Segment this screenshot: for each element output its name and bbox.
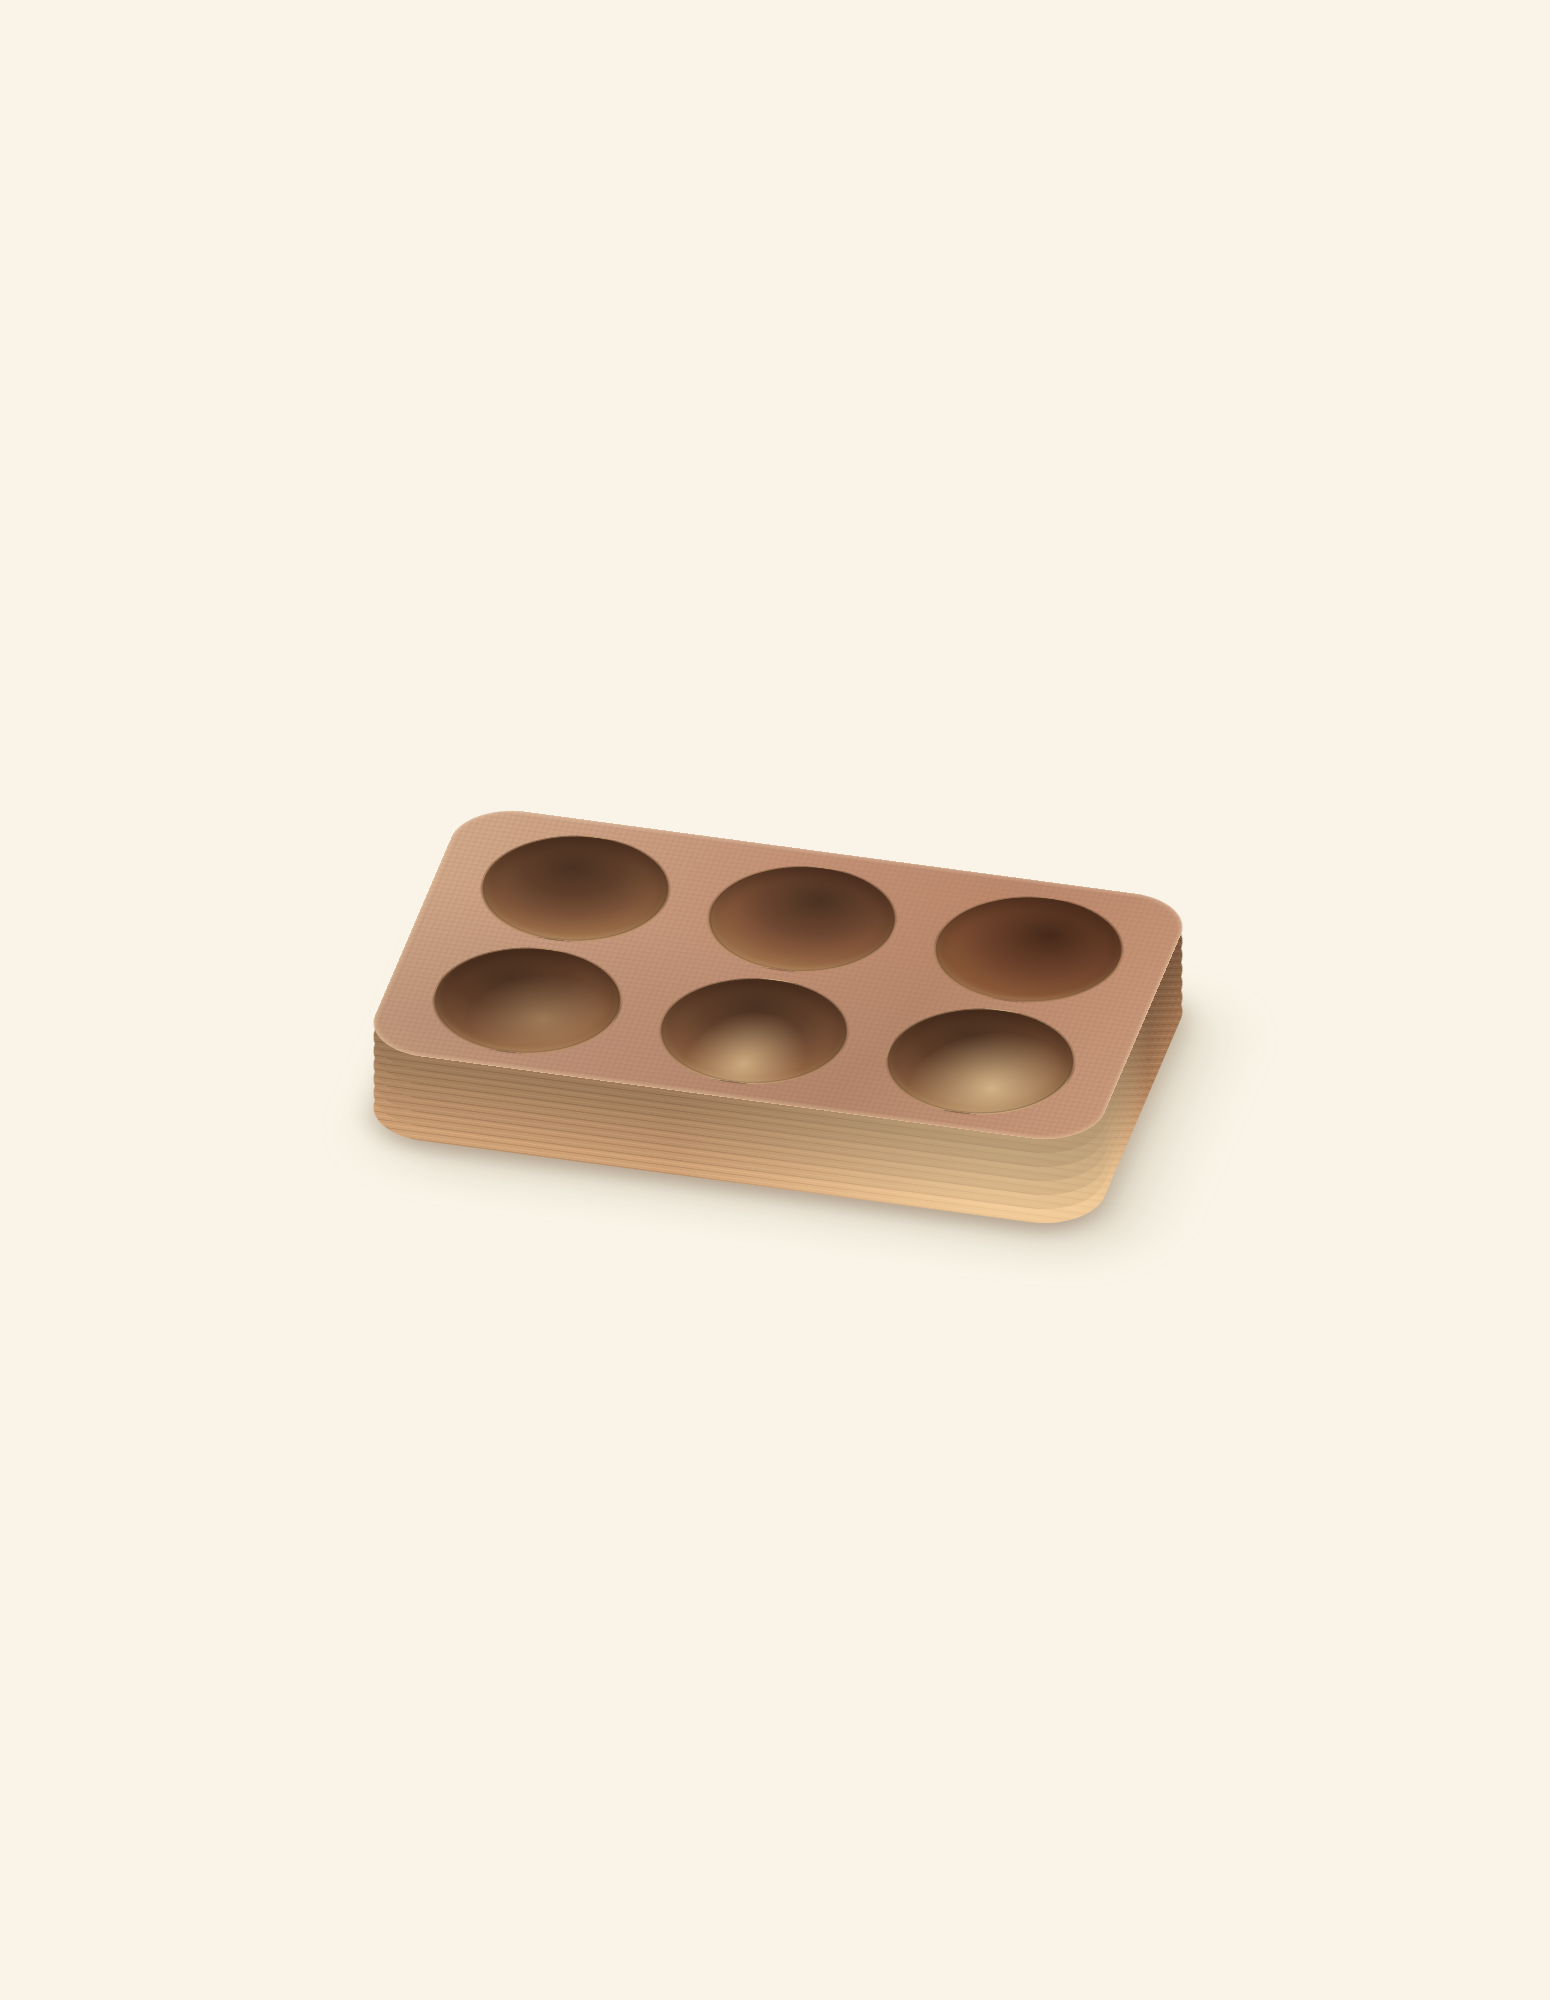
photo-backdrop — [0, 0, 1550, 2000]
pit-r1-c2[interactable] — [687, 855, 916, 983]
pit-r2-c2[interactable] — [639, 967, 868, 1095]
pit-r2-c1[interactable] — [412, 936, 641, 1064]
pit-r1-c1[interactable] — [460, 824, 689, 952]
pit-r2-c3[interactable] — [865, 997, 1094, 1125]
pit-r1-c3[interactable] — [914, 885, 1143, 1013]
